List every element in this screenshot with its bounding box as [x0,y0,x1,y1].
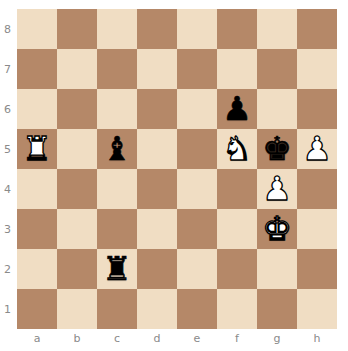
square-b7[interactable] [57,49,97,89]
square-h3[interactable] [297,209,337,249]
chess-diagram: 87654321 ♟♜♝♞♚♟♟♚♜ abcdefgh [0,0,348,351]
square-d4[interactable] [137,169,177,209]
file-label-e: e [177,329,217,351]
rank-label-2: 2 [0,249,17,289]
square-b4[interactable] [57,169,97,209]
white-knight-f5[interactable]: ♞ [217,129,257,169]
black-bishop-c5[interactable]: ♝ [97,129,137,169]
file-label-a: a [17,329,57,351]
chess-board: ♟♜♝♞♚♟♟♚♜ [17,9,337,329]
square-e2[interactable] [177,249,217,289]
square-f5[interactable]: ♞ [217,129,257,169]
rank-labels: 87654321 [0,9,17,329]
square-b1[interactable] [57,289,97,329]
square-b8[interactable] [57,9,97,49]
square-h1[interactable] [297,289,337,329]
square-g5[interactable]: ♚ [257,129,297,169]
square-h8[interactable] [297,9,337,49]
square-e4[interactable] [177,169,217,209]
square-a8[interactable] [17,9,57,49]
file-label-h: h [297,329,337,351]
square-f6[interactable]: ♟ [217,89,257,129]
square-d6[interactable] [137,89,177,129]
square-f2[interactable] [217,249,257,289]
white-king-g3[interactable]: ♚ [257,209,297,249]
square-g8[interactable] [257,9,297,49]
square-e5[interactable] [177,129,217,169]
square-d2[interactable] [137,249,177,289]
square-h4[interactable] [297,169,337,209]
square-d7[interactable] [137,49,177,89]
square-c2[interactable]: ♜ [97,249,137,289]
square-d3[interactable] [137,209,177,249]
file-label-f: f [217,329,257,351]
square-a4[interactable] [17,169,57,209]
square-b6[interactable] [57,89,97,129]
square-f7[interactable] [217,49,257,89]
rank-label-3: 3 [0,209,17,249]
square-b5[interactable] [57,129,97,169]
square-h6[interactable] [297,89,337,129]
square-h5[interactable]: ♟ [297,129,337,169]
file-label-b: b [57,329,97,351]
file-labels: abcdefgh [17,329,337,351]
rank-label-6: 6 [0,89,17,129]
square-c1[interactable] [97,289,137,329]
black-pawn-f6[interactable]: ♟ [217,89,257,129]
square-f4[interactable] [217,169,257,209]
square-g3[interactable]: ♚ [257,209,297,249]
square-c5[interactable]: ♝ [97,129,137,169]
square-g7[interactable] [257,49,297,89]
square-a5[interactable]: ♜ [17,129,57,169]
file-label-d: d [137,329,177,351]
square-g4[interactable]: ♟ [257,169,297,209]
square-e6[interactable] [177,89,217,129]
black-king-g5[interactable]: ♚ [257,129,297,169]
white-pawn-g4[interactable]: ♟ [257,169,297,209]
square-a3[interactable] [17,209,57,249]
square-g2[interactable] [257,249,297,289]
square-b2[interactable] [57,249,97,289]
square-h7[interactable] [297,49,337,89]
square-f8[interactable] [217,9,257,49]
square-f3[interactable] [217,209,257,249]
square-d1[interactable] [137,289,177,329]
square-c8[interactable] [97,9,137,49]
square-a2[interactable] [17,249,57,289]
square-b3[interactable] [57,209,97,249]
square-f1[interactable] [217,289,257,329]
square-a6[interactable] [17,89,57,129]
rank-label-1: 1 [0,289,17,329]
file-label-g: g [257,329,297,351]
square-c6[interactable] [97,89,137,129]
square-e8[interactable] [177,9,217,49]
square-g6[interactable] [257,89,297,129]
square-a7[interactable] [17,49,57,89]
white-rook-a5[interactable]: ♜ [17,129,57,169]
rank-label-7: 7 [0,49,17,89]
square-c3[interactable] [97,209,137,249]
square-a1[interactable] [17,289,57,329]
white-pawn-h5[interactable]: ♟ [297,129,337,169]
file-label-c: c [97,329,137,351]
square-d8[interactable] [137,9,177,49]
square-e1[interactable] [177,289,217,329]
square-g1[interactable] [257,289,297,329]
rank-label-8: 8 [0,9,17,49]
square-c7[interactable] [97,49,137,89]
square-h2[interactable] [297,249,337,289]
square-e3[interactable] [177,209,217,249]
rank-label-5: 5 [0,129,17,169]
black-rook-c2[interactable]: ♜ [97,249,137,289]
rank-label-4: 4 [0,169,17,209]
square-c4[interactable] [97,169,137,209]
square-d5[interactable] [137,129,177,169]
square-e7[interactable] [177,49,217,89]
